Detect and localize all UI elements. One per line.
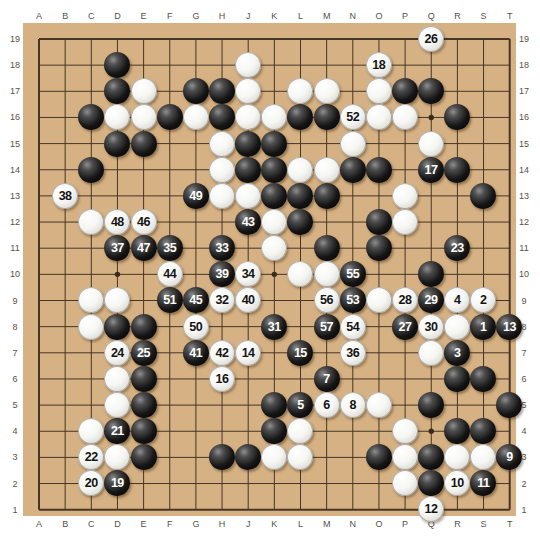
row-label-left-17: 17 [10, 86, 20, 96]
move-number-50: 50 [183, 314, 209, 340]
col-label-top-J: J [246, 11, 251, 21]
stone-white-N7: 36 [340, 340, 366, 366]
move-number-30: 30 [418, 314, 444, 340]
row-label-right-17: 17 [519, 86, 529, 96]
move-number-15: 15 [287, 340, 313, 366]
move-number-47: 47 [131, 235, 157, 261]
stone-white-C8 [78, 314, 104, 340]
stone-white-B13: 38 [52, 183, 78, 209]
move-number-48: 48 [104, 209, 130, 235]
stone-black-H10: 39 [209, 261, 235, 287]
stone-white-Q15 [418, 131, 444, 157]
stone-white-E17 [131, 78, 157, 104]
move-number-4: 4 [444, 287, 470, 313]
row-label-right-13: 13 [519, 191, 529, 201]
stone-black-K4 [261, 418, 287, 444]
stone-black-M11 [314, 235, 340, 261]
row-label-right-2: 2 [521, 479, 526, 489]
stone-white-C12 [78, 209, 104, 235]
stone-white-J9: 40 [235, 287, 261, 313]
move-number-33: 33 [209, 235, 235, 261]
row-label-left-5: 5 [12, 400, 17, 410]
stone-black-K13 [261, 183, 287, 209]
row-label-left-9: 9 [12, 296, 17, 306]
stone-white-N15 [340, 131, 366, 157]
stone-white-M9: 56 [314, 287, 340, 313]
col-label-bottom-A: A [36, 519, 42, 529]
row-label-right-12: 12 [519, 217, 529, 227]
stone-white-D9 [104, 287, 130, 313]
go-board-diagram: 1749433747353323395551455329315727113254… [0, 0, 540, 540]
stone-white-K11 [261, 235, 287, 261]
row-label-left-14: 14 [10, 165, 20, 175]
stone-white-E16 [131, 104, 157, 130]
stone-white-L10 [287, 261, 313, 287]
stone-white-H14 [209, 157, 235, 183]
move-number-22: 22 [78, 444, 104, 470]
stone-black-E5 [131, 392, 157, 418]
stone-black-K5 [261, 392, 287, 418]
col-label-top-G: G [192, 11, 199, 21]
stone-black-C14 [78, 157, 104, 183]
stone-white-G16 [183, 104, 209, 130]
col-label-bottom-L: L [298, 519, 303, 529]
move-number-13: 13 [496, 314, 522, 340]
stone-black-E7: 25 [131, 340, 157, 366]
stone-white-K12 [261, 209, 287, 235]
col-label-top-K: K [271, 11, 277, 21]
stone-black-D18 [104, 52, 130, 78]
move-number-53: 53 [340, 287, 366, 313]
stone-black-H11: 33 [209, 235, 235, 261]
stone-white-J13 [235, 183, 261, 209]
stone-white-P9: 28 [392, 287, 418, 313]
row-label-right-19: 19 [519, 34, 529, 44]
move-number-11: 11 [470, 470, 496, 496]
row-label-left-4: 4 [12, 426, 17, 436]
stone-black-R11: 23 [444, 235, 470, 261]
stone-black-K14 [261, 157, 287, 183]
row-label-left-2: 2 [12, 479, 17, 489]
row-label-right-6: 6 [521, 374, 526, 384]
col-label-bottom-B: B [62, 519, 68, 529]
stone-white-P12 [392, 209, 418, 235]
row-label-right-18: 18 [519, 60, 529, 70]
stone-black-S2: 11 [470, 470, 496, 496]
stone-white-S9: 2 [470, 287, 496, 313]
stone-white-Q1: 12 [418, 496, 444, 522]
stone-black-L7: 15 [287, 340, 313, 366]
stone-white-C2: 20 [78, 470, 104, 496]
stone-black-F9: 51 [157, 287, 183, 313]
stone-white-M14 [314, 157, 340, 183]
stone-black-S4 [470, 418, 496, 444]
col-label-bottom-D: D [114, 519, 121, 529]
col-label-top-C: C [88, 11, 95, 21]
stone-black-P17 [392, 78, 418, 104]
col-label-bottom-P: P [402, 519, 408, 529]
stone-black-Q17 [418, 78, 444, 104]
stone-black-R6 [444, 366, 470, 392]
row-label-left-3: 3 [12, 452, 17, 462]
col-label-bottom-H: H [219, 519, 226, 529]
stone-black-E4 [131, 418, 157, 444]
move-number-40: 40 [235, 287, 261, 313]
stone-black-T5 [496, 392, 522, 418]
stone-white-O16 [366, 104, 392, 130]
col-label-bottom-N: N [350, 519, 357, 529]
col-label-top-P: P [402, 11, 408, 21]
stone-black-G13: 49 [183, 183, 209, 209]
col-label-bottom-K: K [271, 519, 277, 529]
row-label-left-16: 16 [10, 112, 20, 122]
stone-black-R16 [444, 104, 470, 130]
stone-black-Q2 [418, 470, 444, 496]
col-label-top-R: R [454, 11, 461, 21]
stone-white-R2: 10 [444, 470, 470, 496]
move-number-39: 39 [209, 261, 235, 287]
stone-black-P8: 27 [392, 314, 418, 340]
stone-black-S6 [470, 366, 496, 392]
stone-white-Q7 [418, 340, 444, 366]
stone-white-K16 [261, 104, 287, 130]
move-number-46: 46 [131, 209, 157, 235]
stone-white-H13 [209, 183, 235, 209]
move-number-10: 10 [444, 470, 470, 496]
stone-black-H17 [209, 78, 235, 104]
stone-black-D17 [104, 78, 130, 104]
col-label-top-T: T [507, 11, 513, 21]
stone-black-M6: 7 [314, 366, 340, 392]
stone-black-T8: 13 [496, 314, 522, 340]
row-label-left-18: 18 [10, 60, 20, 70]
stone-black-J15 [235, 131, 261, 157]
stone-black-D8 [104, 314, 130, 340]
stone-black-G17 [183, 78, 209, 104]
row-label-right-16: 16 [519, 112, 529, 122]
move-number-12: 12 [418, 496, 444, 522]
stone-white-P2 [392, 470, 418, 496]
stone-black-D4: 21 [104, 418, 130, 444]
stone-white-P16 [392, 104, 418, 130]
stone-black-K8: 31 [261, 314, 287, 340]
stone-white-H7: 42 [209, 340, 235, 366]
stone-black-N9: 53 [340, 287, 366, 313]
move-number-9: 9 [496, 444, 522, 470]
stone-white-M10 [314, 261, 340, 287]
move-number-23: 23 [444, 235, 470, 261]
move-number-28: 28 [392, 287, 418, 313]
move-number-24: 24 [104, 340, 130, 366]
row-label-right-9: 9 [521, 296, 526, 306]
stone-white-D6 [104, 366, 130, 392]
col-label-bottom-G: G [192, 519, 199, 529]
move-number-31: 31 [261, 314, 287, 340]
stone-black-D11: 37 [104, 235, 130, 261]
col-label-top-A: A [36, 11, 42, 21]
move-number-2: 2 [470, 287, 496, 313]
stone-white-O17 [366, 78, 392, 104]
stone-white-R3 [444, 444, 470, 470]
row-label-left-7: 7 [12, 348, 17, 358]
stone-white-C9 [78, 287, 104, 313]
move-number-57: 57 [314, 314, 340, 340]
stone-white-Q19: 26 [418, 26, 444, 52]
move-number-18: 18 [366, 52, 392, 78]
col-label-top-O: O [375, 11, 382, 21]
row-label-left-19: 19 [10, 34, 20, 44]
move-number-52: 52 [340, 104, 366, 130]
move-number-19: 19 [104, 470, 130, 496]
stone-white-E12: 46 [131, 209, 157, 235]
stone-black-G7: 41 [183, 340, 209, 366]
move-number-45: 45 [183, 287, 209, 313]
stone-white-M5: 6 [314, 392, 340, 418]
stone-black-M16 [314, 104, 340, 130]
stone-black-T3: 9 [496, 444, 522, 470]
move-number-54: 54 [340, 314, 366, 340]
stone-white-J10: 34 [235, 261, 261, 287]
stone-black-F11: 35 [157, 235, 183, 261]
stone-white-N8: 54 [340, 314, 366, 340]
stone-white-R9: 4 [444, 287, 470, 313]
stone-white-D3 [104, 444, 130, 470]
stone-black-E8 [131, 314, 157, 340]
stone-white-O5 [366, 392, 392, 418]
stone-white-C4 [78, 418, 104, 444]
move-number-35: 35 [157, 235, 183, 261]
move-number-20: 20 [78, 470, 104, 496]
stone-black-Q10 [418, 261, 444, 287]
row-label-left-10: 10 [10, 269, 20, 279]
move-number-21: 21 [104, 418, 130, 444]
stone-black-L12 [287, 209, 313, 235]
stone-black-R4 [444, 418, 470, 444]
stone-black-Q9: 29 [418, 287, 444, 313]
row-label-right-1: 1 [521, 505, 526, 515]
stone-white-J18 [235, 52, 261, 78]
stone-black-N10: 55 [340, 261, 366, 287]
col-label-top-M: M [323, 11, 331, 21]
move-number-16: 16 [209, 366, 235, 392]
stone-black-L13 [287, 183, 313, 209]
row-label-right-5: 5 [521, 400, 526, 410]
stone-black-M8: 57 [314, 314, 340, 340]
stone-black-D2: 19 [104, 470, 130, 496]
move-number-29: 29 [418, 287, 444, 313]
stone-white-Q8: 30 [418, 314, 444, 340]
stone-white-N5: 8 [340, 392, 366, 418]
stone-white-H15 [209, 131, 235, 157]
stone-white-H6: 16 [209, 366, 235, 392]
col-label-top-S: S [481, 11, 487, 21]
stone-white-N16: 52 [340, 104, 366, 130]
move-number-41: 41 [183, 340, 209, 366]
stone-black-G9: 45 [183, 287, 209, 313]
row-label-left-1: 1 [12, 505, 17, 515]
stone-white-F10: 44 [157, 261, 183, 287]
col-label-bottom-T: T [507, 519, 513, 529]
move-number-5: 5 [287, 392, 313, 418]
stone-white-P13 [392, 183, 418, 209]
move-number-37: 37 [104, 235, 130, 261]
col-label-top-F: F [167, 11, 173, 21]
stone-black-E3 [131, 444, 157, 470]
stone-black-R7: 3 [444, 340, 470, 366]
col-label-bottom-C: C [88, 519, 95, 529]
row-label-right-14: 14 [519, 165, 529, 175]
stone-white-D12: 48 [104, 209, 130, 235]
stone-white-D7: 24 [104, 340, 130, 366]
move-number-55: 55 [340, 261, 366, 287]
stone-white-J7: 14 [235, 340, 261, 366]
stone-black-L5: 5 [287, 392, 313, 418]
col-label-bottom-O: O [375, 519, 382, 529]
stones-grid: 1749433747353323395551455329315727113254… [26, 26, 523, 523]
move-number-38: 38 [52, 183, 78, 209]
stone-white-C3: 22 [78, 444, 104, 470]
row-label-left-13: 13 [10, 191, 20, 201]
row-label-right-15: 15 [519, 139, 529, 149]
stone-white-D16 [104, 104, 130, 130]
stone-black-L16 [287, 104, 313, 130]
stone-white-J16 [235, 104, 261, 130]
move-number-25: 25 [131, 340, 157, 366]
col-label-top-L: L [298, 11, 303, 21]
col-label-top-N: N [350, 11, 357, 21]
stone-black-E15 [131, 131, 157, 157]
stone-white-D5 [104, 392, 130, 418]
stone-white-S3 [470, 444, 496, 470]
col-label-top-D: D [114, 11, 121, 21]
stone-white-L4 [287, 418, 313, 444]
col-label-top-B: B [62, 11, 68, 21]
stone-white-O18: 18 [366, 52, 392, 78]
row-label-left-11: 11 [10, 243, 19, 253]
stone-black-H3 [209, 444, 235, 470]
stone-white-L17 [287, 78, 313, 104]
stone-black-O3 [366, 444, 392, 470]
move-number-49: 49 [183, 183, 209, 209]
col-label-bottom-J: J [246, 519, 251, 529]
stone-black-H16 [209, 104, 235, 130]
stone-black-C16 [78, 104, 104, 130]
move-number-32: 32 [209, 287, 235, 313]
stone-white-L14 [287, 157, 313, 183]
move-number-14: 14 [235, 340, 261, 366]
stone-black-N14 [340, 157, 366, 183]
stone-black-Q3 [418, 444, 444, 470]
move-number-43: 43 [235, 209, 261, 235]
col-label-bottom-R: R [454, 519, 461, 529]
move-number-36: 36 [340, 340, 366, 366]
stone-white-H9: 32 [209, 287, 235, 313]
move-number-27: 27 [392, 314, 418, 340]
move-number-7: 7 [314, 366, 340, 392]
stone-black-D15 [104, 131, 130, 157]
stone-black-J3 [235, 444, 261, 470]
col-label-bottom-E: E [141, 519, 147, 529]
col-label-bottom-S: S [481, 519, 487, 529]
stone-black-O14 [366, 157, 392, 183]
stone-white-J17 [235, 78, 261, 104]
row-label-left-15: 15 [10, 139, 20, 149]
stone-white-P3 [392, 444, 418, 470]
col-label-top-E: E [141, 11, 147, 21]
move-number-44: 44 [157, 261, 183, 287]
move-number-34: 34 [235, 261, 261, 287]
stone-black-S13 [470, 183, 496, 209]
move-number-3: 3 [444, 340, 470, 366]
col-label-top-H: H [219, 11, 226, 21]
row-label-right-11: 11 [519, 243, 528, 253]
move-number-17: 17 [418, 157, 444, 183]
stone-black-R14 [444, 157, 470, 183]
row-label-left-12: 12 [10, 217, 20, 227]
stone-white-R8 [444, 314, 470, 340]
row-label-right-10: 10 [519, 269, 529, 279]
row-label-left-6: 6 [12, 374, 17, 384]
move-number-51: 51 [157, 287, 183, 313]
stone-black-J12: 43 [235, 209, 261, 235]
stone-black-E6 [131, 366, 157, 392]
stone-black-K15 [261, 131, 287, 157]
col-label-bottom-F: F [167, 519, 173, 529]
stone-black-O11 [366, 235, 392, 261]
move-number-56: 56 [314, 287, 340, 313]
col-label-bottom-M: M [323, 519, 331, 529]
stone-black-M13 [314, 183, 340, 209]
stone-black-E11: 47 [131, 235, 157, 261]
move-number-42: 42 [209, 340, 235, 366]
stone-black-O12 [366, 209, 392, 235]
row-label-right-4: 4 [521, 426, 526, 436]
move-number-26: 26 [418, 26, 444, 52]
stone-black-J14 [235, 157, 261, 183]
stone-black-F16 [157, 104, 183, 130]
col-label-top-Q: Q [428, 11, 435, 21]
stone-white-L3 [287, 444, 313, 470]
stone-white-P4 [392, 418, 418, 444]
stone-black-Q5 [418, 392, 444, 418]
stone-black-S8: 1 [470, 314, 496, 340]
row-label-right-7: 7 [521, 348, 526, 358]
row-label-left-8: 8 [12, 322, 17, 332]
move-number-1: 1 [470, 314, 496, 340]
stone-white-K3 [261, 444, 287, 470]
stone-white-G8: 50 [183, 314, 209, 340]
stone-white-M17 [314, 78, 340, 104]
move-number-6: 6 [314, 392, 340, 418]
stone-black-Q14: 17 [418, 157, 444, 183]
stone-white-O9 [366, 287, 392, 313]
move-number-8: 8 [340, 392, 366, 418]
